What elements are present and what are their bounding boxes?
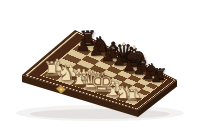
chess-set-photo: ♜♞♝♛♚♝♞♜♟♟♟♟♟♟♟♟♟♟♟♟♟♟♟♟♜♞♝♛♚♝♞♜ (0, 0, 200, 133)
black-king-light-finial (133, 45, 136, 49)
chess-piece-black-pawn[interactable]: ♟ (151, 72, 162, 85)
pieces-layer: ♜♞♝♛♚♝♞♜♟♟♟♟♟♟♟♟♟♟♟♟♟♟♟♟♜♞♝♛♚♝♞♜ (0, 0, 200, 133)
chess-piece-white-rook[interactable]: ♜ (124, 88, 138, 104)
